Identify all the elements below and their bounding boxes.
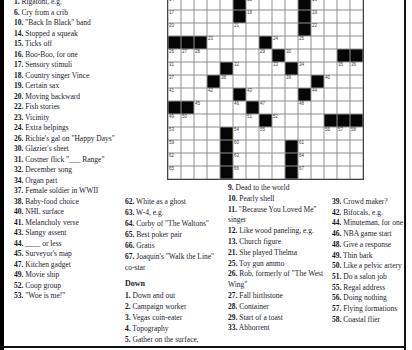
clue-number: 65. [125,230,134,239]
grid-cell[interactable]: 62 [168,153,181,166]
grid-cell[interactable] [350,101,363,114]
grid-cell[interactable] [194,62,207,75]
grid-cell[interactable] [324,88,337,101]
grid-cell[interactable]: 61 [298,140,311,153]
cell-number: 20 [169,23,174,28]
grid-cell[interactable]: 24 [272,36,285,49]
grid-cell[interactable] [220,0,233,10]
cell-number: 24 [273,36,278,41]
grid-cell[interactable] [246,75,259,88]
clue-item: 32. December song [14,165,128,176]
page-border-bottom [0,346,406,348]
grid-cell[interactable] [259,0,272,10]
grid-cell[interactable] [324,49,337,62]
grid-cell[interactable] [285,101,298,114]
grid-cell[interactable] [181,75,194,88]
grid-cell[interactable] [337,23,350,36]
grid-cell[interactable] [311,114,324,127]
grid-cell[interactable] [259,140,272,153]
grid-cell[interactable]: 28 [194,49,207,62]
grid-cell[interactable]: 66 [233,166,246,179]
grid-cell[interactable] [337,10,350,23]
grid-cell[interactable] [246,140,259,153]
grid-cell[interactable] [285,114,298,127]
grid-cell[interactable] [259,62,272,75]
grid-cell[interactable] [207,153,220,166]
grid-cell[interactable] [194,75,207,88]
clue-item: 11. "Because You Loved Me" singer [228,205,329,227]
clue-number: 44. [332,218,341,227]
clue-item: 23. Vicinity [14,113,128,124]
clue-number: 30. [14,144,23,153]
grid-cell[interactable]: 41 [168,88,181,101]
grid-cell[interactable] [259,166,272,179]
clue-number: 29. [228,313,237,322]
grid-cell[interactable] [350,23,363,36]
grid-cell[interactable] [207,140,220,153]
cell-number: 47 [260,101,265,106]
grid-cell[interactable] [324,140,337,153]
grid-cell[interactable] [350,153,363,166]
grid-cell[interactable] [207,114,220,127]
grid-cell[interactable] [311,49,324,62]
grid-cell[interactable] [194,10,207,23]
clue-item: 57. Flying formations [332,304,408,315]
clue-item: 1. Rigatoni, e.g. [14,0,128,8]
grid-cell[interactable]: 44 [311,88,324,101]
grid-cell[interactable] [324,166,337,179]
grid-cell[interactable] [311,36,324,49]
grid-cell[interactable] [324,36,337,49]
grid-cell[interactable] [207,101,220,114]
grid-cell[interactable] [246,62,259,75]
grid-cell[interactable] [181,0,194,10]
clue-item: 20. Moving backward [14,92,128,103]
cell-number: 39 [286,75,291,80]
grid-cell[interactable] [246,153,259,166]
clue-number: 6. [14,8,20,17]
clue-number: 22. [14,102,23,111]
grid-cell[interactable] [259,75,272,88]
black-cell [233,0,246,10]
grid-cell[interactable] [311,153,324,166]
black-cell [311,75,324,88]
grid-cell[interactable] [220,114,233,127]
clue-number: 9. [228,183,234,192]
cell-number: 63 [234,153,239,158]
grid-cell[interactable]: 58 [350,127,363,140]
grid-cell[interactable]: 39 [285,75,298,88]
cell-number: 44 [312,88,317,93]
grid-cell[interactable] [311,140,324,153]
clue-number: 57. [332,304,341,313]
grid-cell[interactable]: 52 [272,114,285,127]
grid-cell[interactable] [220,49,233,62]
grid-cell[interactable] [337,36,350,49]
black-cell [246,101,259,114]
clue-number: 11. [228,205,237,214]
black-cell [233,10,246,23]
grid-cell[interactable] [298,75,311,88]
clue-number: 15. [14,39,23,48]
grid-cell[interactable] [311,62,324,75]
grid-cell[interactable] [233,114,246,127]
grid-cell[interactable] [220,10,233,23]
cell-number: 26 [169,49,174,54]
clue-number: 10. [14,18,23,27]
grid-cell[interactable]: 63 [233,153,246,166]
grid-cell[interactable]: 54 [233,127,246,140]
clue-number: 39. [332,197,341,206]
clue-number: 45. [14,249,23,258]
grid-cell[interactable] [259,23,272,36]
grid-cell[interactable]: 30 [285,49,298,62]
grid-cell[interactable] [246,36,259,49]
clue-item: 42. Bifocals, e.g. [332,208,408,219]
grid-cell[interactable] [181,88,194,101]
grid-cell[interactable]: 36 [350,62,363,75]
grid-cell[interactable] [285,10,298,23]
clue-item: 19. Certain sax [14,81,128,92]
grid-cell[interactable]: 16 [311,0,324,10]
grid-cell[interactable]: 65 [168,166,181,179]
grid-cell[interactable]: 40 [324,75,337,88]
grid-cell[interactable] [298,49,311,62]
grid-cell[interactable] [272,10,285,23]
grid-cell[interactable] [181,62,194,75]
grid-cell[interactable] [272,101,285,114]
grid-cell[interactable]: 33 [272,62,285,75]
black-cell [298,23,311,36]
cell-number: 27 [182,49,187,54]
grid-cell[interactable]: 18 [246,10,259,23]
grid-cell[interactable]: 53 [168,127,181,140]
cell-number: 56 [325,127,330,132]
black-cell [207,75,220,88]
cell-number: 21 [234,23,239,28]
black-cell [220,127,233,140]
grid-cell[interactable]: 14 [168,0,181,10]
clue-item: 49. Thin bark [332,251,408,262]
clue-item: 28. Container [228,302,329,313]
black-cell [285,166,298,179]
grid-cell[interactable] [337,166,350,179]
grid-cell[interactable] [311,127,324,140]
cell-number: 32 [234,62,239,67]
black-cell [285,153,298,166]
clue-item: 31. Costner flick "___ Range" [14,155,128,166]
grid-cell[interactable] [246,127,259,140]
grid-cell[interactable]: 49 [168,114,181,127]
clue-item: 53. "Woe is me!" [14,291,128,302]
grid-cell[interactable] [272,166,285,179]
clue-number: 27. [228,291,237,300]
grid-cell[interactable]: 45 [194,101,207,114]
clue-item: 12. Like wood paneling, e.g. [228,226,329,237]
black-cell [194,36,207,49]
clue-item: 4. Topography [125,323,225,334]
clue-number: 40. [14,207,23,216]
clue-item: 30. Glazier's sheet [14,144,128,155]
grid-cell[interactable] [233,75,246,88]
grid-cell[interactable]: 15 [246,0,259,10]
clue-number: 31. [14,155,23,164]
clue-item: 10. Pearly shell [228,194,329,205]
grid-cell[interactable] [220,101,233,114]
cell-number: 29 [260,49,265,54]
black-cell [181,36,194,49]
grid-cell[interactable] [181,127,194,140]
grid-cell[interactable]: 46 [233,101,246,114]
grid-cell[interactable]: 23 [207,36,220,49]
grid-cell[interactable] [324,62,337,75]
clue-number: 58. [332,315,341,324]
grid-cell[interactable]: 59 [168,140,181,153]
grid-cell[interactable] [285,0,298,10]
grid-cell[interactable] [194,153,207,166]
clue-item: 25. Toy gun ammo [228,259,329,270]
grid-cell[interactable] [298,127,311,140]
grid-cell[interactable] [350,36,363,49]
grid-cell[interactable] [350,140,363,153]
clue-item: 49. Movie ship [14,270,128,281]
grid-cell[interactable]: 25 [298,36,311,49]
grid-cell[interactable] [207,127,220,140]
cell-number: 60 [234,140,239,145]
clue-number: 50. [332,261,341,270]
grid-cell[interactable]: 38 [220,75,233,88]
grid-cell[interactable] [246,166,259,179]
grid-cell[interactable]: 32 [233,62,246,75]
black-cell [168,101,181,114]
clue-number: 3. [125,313,131,322]
grid-cell[interactable] [311,101,324,114]
grid-cell[interactable] [337,0,350,10]
grid-cell[interactable] [194,140,207,153]
grid-cell[interactable]: 48 [298,101,311,114]
cell-number: 15 [247,0,252,2]
grid-cell[interactable] [324,10,337,23]
clue-item: 47. Kitchen gadget [14,260,128,271]
clue-item: 52. Coop group [14,281,128,292]
page-border-right [404,0,406,350]
clue-item: 15. Ticks off [14,39,128,50]
cell-number: 28 [195,49,200,54]
cell-number: 36 [351,62,356,67]
grid-cell[interactable] [207,23,220,36]
grid-cell[interactable]: 22 [311,23,324,36]
grid-cell[interactable] [285,36,298,49]
grid-cell[interactable]: 64 [298,153,311,166]
grid-cell[interactable] [337,153,350,166]
grid-cell[interactable] [259,10,272,23]
grid-cell[interactable]: 27 [181,49,194,62]
grid-cell[interactable]: 60 [233,140,246,153]
grid-cell[interactable]: 34 [298,62,311,75]
clue-column-2: 62. White as a ghost63. W-4, e.g.64. Cor… [125,196,225,345]
grid-cell[interactable] [350,88,363,101]
grid-cell[interactable] [194,23,207,36]
clue-item: 66. Gratis [125,240,225,251]
grid-cell[interactable] [324,23,337,36]
grid-cell[interactable] [233,36,246,49]
grid-cell[interactable] [337,101,350,114]
grid-cell[interactable] [181,10,194,23]
cell-number: 66 [234,166,239,171]
grid-cell[interactable] [272,23,285,36]
grid-cell[interactable] [324,153,337,166]
black-cell [324,114,337,127]
black-cell [233,88,246,101]
grid-cell[interactable] [233,49,246,62]
black-cell [168,36,181,49]
grid-cell[interactable] [181,140,194,153]
cell-number: 55 [260,127,265,132]
grid-cell[interactable]: 56 [324,127,337,140]
clue-number: 5. [125,335,131,344]
clue-item: 38. Baby-food choice [14,197,128,208]
grid-cell[interactable]: 19 [311,10,324,23]
cell-number: 18 [247,10,252,15]
clue-column-4: 39. Crowd maker?42. Bifocals, e.g.44. Mi… [332,197,408,325]
grid-cell[interactable]: 29 [259,49,272,62]
grid-cell[interactable] [246,49,259,62]
grid-cell[interactable] [324,101,337,114]
grid-cell[interactable]: 67 [298,166,311,179]
grid-cell[interactable]: 20 [168,23,181,36]
grid-cell[interactable] [259,153,272,166]
grid-cell[interactable] [298,114,311,127]
black-cell [220,166,233,179]
clue-number: 37. [14,186,23,195]
clue-item: 18. Country singer Vince [14,71,128,82]
grid-cell[interactable] [259,88,272,101]
grid-cell[interactable]: 47 [259,101,272,114]
grid-cell[interactable]: 51 [246,114,259,127]
grid-cell[interactable] [181,166,194,179]
black-cell [350,49,363,62]
grid-cell[interactable] [272,0,285,10]
grid-cell[interactable] [285,23,298,36]
grid-cell[interactable] [350,0,363,10]
clue-item: 43. Slangy assent [14,228,128,239]
cell-number: 34 [299,62,304,67]
black-cell [181,101,194,114]
grid-cell[interactable]: 26 [168,49,181,62]
clue-item: 6. Cry from a crib [14,8,128,19]
grid-cell[interactable] [207,62,220,75]
grid-cell[interactable]: 42 [207,88,220,101]
clue-number: 18. [14,71,23,80]
clue-number: 49. [14,270,23,279]
clue-item: 9. Dead to the world [228,183,329,194]
grid-cell[interactable] [285,88,298,101]
grid-cell[interactable] [194,127,207,140]
clue-item: 51. Do a salon job [332,272,408,283]
grid-cell[interactable] [207,49,220,62]
grid-cell[interactable] [350,10,363,23]
grid-cell[interactable]: 43 [246,88,259,101]
clue-item: 55. Regal address [332,283,408,294]
clue-number: 64. [125,219,134,228]
black-cell [285,62,298,75]
grid-cell[interactable] [337,75,350,88]
cell-number: 50 [182,114,187,119]
grid-cell[interactable] [272,153,285,166]
grid-cell[interactable] [207,166,220,179]
clue-number: 67. [125,252,134,261]
grid-cell[interactable] [194,166,207,179]
clue-item: 26. Rob, formerly of "The West Wing" [228,269,329,291]
cell-number: 37 [169,75,174,80]
clue-number: 66. [125,241,134,250]
clue-number: 10. [228,194,237,203]
grid-cell[interactable] [194,114,207,127]
grid-cell[interactable] [350,75,363,88]
grid-cell[interactable] [324,0,337,10]
grid-cell[interactable] [337,88,350,101]
clue-number: 1. [125,291,131,300]
cell-number: 42 [208,88,213,93]
grid-cell[interactable] [181,23,194,36]
grid-cell[interactable] [194,0,207,10]
clue-item: 10. "Back In Black" band [14,18,128,29]
clue-item: 14. Stopped a squeak [14,29,128,40]
grid-cell[interactable] [337,140,350,153]
grid-cell[interactable] [220,88,233,101]
grid-cell[interactable] [272,127,285,140]
grid-cell[interactable] [311,166,324,179]
clue-number: 42. [332,208,341,217]
clue-item: 39. Crowd maker? [332,197,408,208]
grid-cell[interactable] [207,0,220,10]
grid-cell[interactable] [272,140,285,153]
grid-cell[interactable] [285,127,298,140]
grid-cell[interactable] [350,166,363,179]
grid-cell[interactable]: 57 [337,127,350,140]
cell-number: 52 [273,114,278,119]
grid-cell[interactable] [181,153,194,166]
black-cell [337,49,350,62]
grid-cell[interactable] [207,10,220,23]
grid-cell[interactable]: 17 [168,10,181,23]
grid-cell[interactable]: 37 [168,75,181,88]
grid-cell[interactable] [272,88,285,101]
grid-cell[interactable]: 31 [168,62,181,75]
grid-cell[interactable]: 21 [233,23,246,36]
clue-number: 17. [14,60,23,69]
clue-item: 45. Surveyor's map [14,249,128,260]
cell-number: 57 [338,127,343,132]
clue-number: 13. [228,237,237,246]
grid-cell[interactable]: 35 [337,62,350,75]
grid-cell[interactable] [246,23,259,36]
clue-item: 48. Give a response [332,240,408,251]
clue-item: 5. Gather on the surface, [125,334,225,345]
grid-cell[interactable]: 50 [181,114,194,127]
grid-cell[interactable] [220,23,233,36]
black-cell [350,114,363,127]
cell-number: 35 [338,62,343,67]
grid-cell[interactable]: 55 [259,127,272,140]
clue-item: 17. Sensory stimuli [14,60,128,71]
clue-number: 14. [14,29,23,38]
grid-cell[interactable] [272,75,285,88]
grid-cell[interactable] [220,36,233,49]
clue-number: 19. [14,81,23,90]
clue-column-1: 1. Rigatoni, e.g.6. Cry from a crib10. "… [14,0,128,302]
grid-cell[interactable] [194,88,207,101]
